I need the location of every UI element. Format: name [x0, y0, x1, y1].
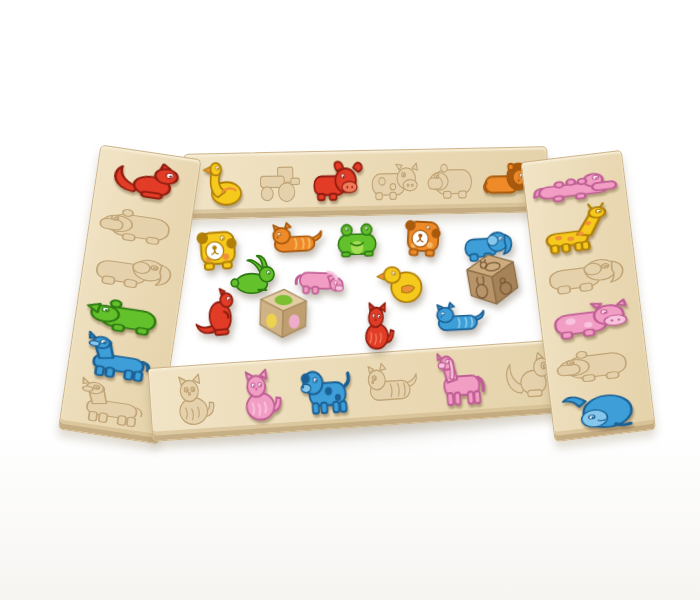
- color-die[interactable]: [252, 286, 314, 348]
- slot-bottom-4: [359, 353, 430, 424]
- cow-recess: [367, 157, 422, 208]
- slot-top-5: [423, 152, 482, 211]
- top-tray: [183, 146, 548, 220]
- slot-top-4: [365, 153, 424, 212]
- slot-top-3: [308, 154, 367, 213]
- dog2-piece-orange-loose[interactable]: [393, 215, 453, 266]
- slot-bottom-3: [292, 357, 363, 428]
- kangaroo-piece-red-loose[interactable]: [189, 288, 250, 344]
- slot-top-2: [250, 155, 309, 214]
- dog2-shape: [393, 215, 453, 266]
- cat_lying-recess: [363, 358, 427, 418]
- whale-piece-blue[interactable]: [557, 382, 648, 437]
- product-photo: [0, 0, 700, 600]
- slot-top-1: [192, 156, 251, 215]
- cat_sit-piece-red-loose[interactable]: [353, 300, 405, 355]
- slot-bottom-5: [426, 348, 497, 419]
- cat_sit-shape: [353, 300, 405, 355]
- animal-die[interactable]: [457, 247, 529, 319]
- kangaroo-shape: [189, 288, 250, 344]
- slot-bottom-1: [159, 367, 230, 438]
- tractor-recess: [252, 159, 307, 210]
- cat_sit-recess: [163, 372, 227, 432]
- horse-piece-pink[interactable]: [430, 353, 494, 413]
- bull-piece-red[interactable]: [310, 158, 365, 209]
- sheep-recess: [425, 156, 480, 207]
- dog-piece-blue[interactable]: [296, 363, 360, 423]
- goose-piece-yellow[interactable]: [194, 160, 249, 211]
- slot-bottom-2: [226, 362, 297, 433]
- cat_sit-piece-pink[interactable]: [229, 367, 293, 427]
